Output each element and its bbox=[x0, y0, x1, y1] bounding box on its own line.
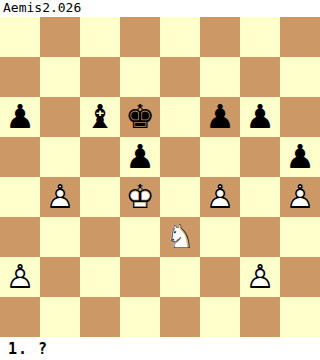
square-b3[interactable] bbox=[40, 217, 80, 257]
square-d5[interactable]: ♟ bbox=[120, 137, 160, 177]
square-b7[interactable] bbox=[40, 57, 80, 97]
square-b6[interactable] bbox=[40, 97, 80, 137]
white-pawn-outline: ♙ bbox=[40, 177, 80, 217]
square-a1[interactable] bbox=[0, 297, 40, 337]
white-knight-outline: ♘ bbox=[160, 217, 200, 257]
square-d2[interactable] bbox=[120, 257, 160, 297]
white-pawn-outline: ♙ bbox=[0, 257, 40, 297]
square-f5[interactable] bbox=[200, 137, 240, 177]
square-f4[interactable]: ♟♙ bbox=[200, 177, 240, 217]
white-pawn-icon[interactable]: ♟♙ bbox=[40, 177, 80, 217]
square-h7[interactable] bbox=[280, 57, 320, 97]
square-c3[interactable] bbox=[80, 217, 120, 257]
black-bishop-icon[interactable]: ♝ bbox=[80, 97, 120, 137]
square-a5[interactable] bbox=[0, 137, 40, 177]
square-g8[interactable] bbox=[240, 17, 280, 57]
square-a2[interactable]: ♟♙ bbox=[0, 257, 40, 297]
square-d7[interactable] bbox=[120, 57, 160, 97]
square-a3[interactable] bbox=[0, 217, 40, 257]
square-c7[interactable] bbox=[80, 57, 120, 97]
square-f2[interactable] bbox=[200, 257, 240, 297]
square-e7[interactable] bbox=[160, 57, 200, 97]
black-king-icon[interactable]: ♚ bbox=[120, 97, 160, 137]
square-g5[interactable] bbox=[240, 137, 280, 177]
black-pawn-icon[interactable]: ♟ bbox=[120, 137, 160, 177]
square-b8[interactable] bbox=[40, 17, 80, 57]
square-g7[interactable] bbox=[240, 57, 280, 97]
white-pawn-outline: ♙ bbox=[240, 257, 280, 297]
square-e3[interactable]: ♞♘ bbox=[160, 217, 200, 257]
square-g1[interactable] bbox=[240, 297, 280, 337]
square-c8[interactable] bbox=[80, 17, 120, 57]
square-h2[interactable] bbox=[280, 257, 320, 297]
white-king-icon[interactable]: ♚♔ bbox=[120, 177, 160, 217]
square-g6[interactable]: ♟ bbox=[240, 97, 280, 137]
white-pawn-icon[interactable]: ♟♙ bbox=[0, 257, 40, 297]
square-e4[interactable] bbox=[160, 177, 200, 217]
square-d3[interactable] bbox=[120, 217, 160, 257]
square-e5[interactable] bbox=[160, 137, 200, 177]
black-pawn-icon[interactable]: ♟ bbox=[280, 137, 320, 177]
black-pawn-icon[interactable]: ♟ bbox=[240, 97, 280, 137]
puzzle-title: Aemis2.026 bbox=[0, 0, 320, 17]
square-e6[interactable] bbox=[160, 97, 200, 137]
white-knight-icon[interactable]: ♞♘ bbox=[160, 217, 200, 257]
square-h3[interactable] bbox=[280, 217, 320, 257]
square-h5[interactable]: ♟ bbox=[280, 137, 320, 177]
square-f8[interactable] bbox=[200, 17, 240, 57]
square-d1[interactable] bbox=[120, 297, 160, 337]
move-prompt: 1. ? bbox=[0, 337, 320, 360]
square-d4[interactable]: ♚♔ bbox=[120, 177, 160, 217]
square-g2[interactable]: ♟♙ bbox=[240, 257, 280, 297]
square-b2[interactable] bbox=[40, 257, 80, 297]
square-a6[interactable]: ♟ bbox=[0, 97, 40, 137]
square-c2[interactable] bbox=[80, 257, 120, 297]
chess-board: ♟♝♚♟♟♟♟♟♙♚♔♟♙♟♙♞♘♟♙♟♙ bbox=[0, 17, 320, 337]
square-g4[interactable] bbox=[240, 177, 280, 217]
square-b5[interactable] bbox=[40, 137, 80, 177]
square-h4[interactable]: ♟♙ bbox=[280, 177, 320, 217]
square-f6[interactable]: ♟ bbox=[200, 97, 240, 137]
square-h8[interactable] bbox=[280, 17, 320, 57]
square-a4[interactable] bbox=[0, 177, 40, 217]
square-f3[interactable] bbox=[200, 217, 240, 257]
square-f1[interactable] bbox=[200, 297, 240, 337]
square-d6[interactable]: ♚ bbox=[120, 97, 160, 137]
black-pawn-icon[interactable]: ♟ bbox=[0, 97, 40, 137]
white-pawn-icon[interactable]: ♟♙ bbox=[240, 257, 280, 297]
square-b1[interactable] bbox=[40, 297, 80, 337]
square-a7[interactable] bbox=[0, 57, 40, 97]
square-e1[interactable] bbox=[160, 297, 200, 337]
square-c4[interactable] bbox=[80, 177, 120, 217]
white-pawn-outline: ♙ bbox=[280, 177, 320, 217]
square-c6[interactable]: ♝ bbox=[80, 97, 120, 137]
square-f7[interactable] bbox=[200, 57, 240, 97]
white-pawn-icon[interactable]: ♟♙ bbox=[280, 177, 320, 217]
square-h6[interactable] bbox=[280, 97, 320, 137]
square-g3[interactable] bbox=[240, 217, 280, 257]
white-king-outline: ♔ bbox=[120, 177, 160, 217]
black-pawn-icon[interactable]: ♟ bbox=[200, 97, 240, 137]
square-c1[interactable] bbox=[80, 297, 120, 337]
square-d8[interactable] bbox=[120, 17, 160, 57]
square-h1[interactable] bbox=[280, 297, 320, 337]
square-b4[interactable]: ♟♙ bbox=[40, 177, 80, 217]
white-pawn-outline: ♙ bbox=[200, 177, 240, 217]
square-e2[interactable] bbox=[160, 257, 200, 297]
white-pawn-icon[interactable]: ♟♙ bbox=[200, 177, 240, 217]
square-e8[interactable] bbox=[160, 17, 200, 57]
square-c5[interactable] bbox=[80, 137, 120, 177]
square-a8[interactable] bbox=[0, 17, 40, 57]
